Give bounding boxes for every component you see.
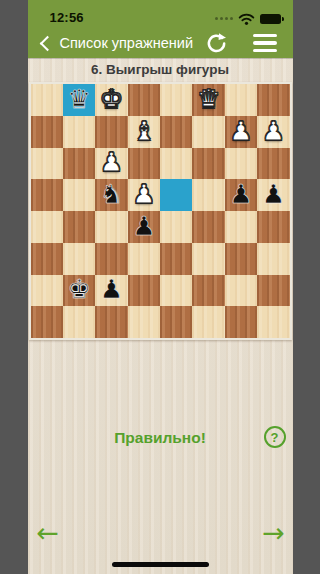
square-g7[interactable]: ♟ <box>225 116 257 148</box>
black-king-b2[interactable]: ♚ <box>67 276 90 302</box>
square-g3[interactable] <box>225 243 257 275</box>
square-f1[interactable] <box>192 306 224 338</box>
clock: 12:56 <box>50 10 84 25</box>
status-icons <box>215 13 281 25</box>
square-c1[interactable] <box>95 306 127 338</box>
square-c3[interactable] <box>95 243 127 275</box>
arrow-left-icon: ← <box>36 517 59 548</box>
exercise-title: 6. Выигрыш фигуры <box>28 62 293 77</box>
square-d6[interactable] <box>128 148 160 180</box>
square-c4[interactable] <box>95 211 127 243</box>
square-h8[interactable] <box>257 84 289 116</box>
square-h2[interactable] <box>257 275 289 307</box>
square-h6[interactable] <box>257 148 289 180</box>
square-b4[interactable] <box>63 211 95 243</box>
question-mark-icon: ? <box>271 430 279 445</box>
square-a3[interactable] <box>31 243 63 275</box>
back-button-label: Список упражнений <box>60 35 193 51</box>
square-g8[interactable] <box>225 84 257 116</box>
square-d1[interactable] <box>128 306 160 338</box>
square-e4[interactable] <box>160 211 192 243</box>
square-h7[interactable]: ♟ <box>257 116 289 148</box>
navigation-bar: Список упражнений <box>28 28 293 58</box>
status-bar: 12:56 <box>28 0 293 28</box>
square-d3[interactable] <box>128 243 160 275</box>
square-e5[interactable] <box>160 179 192 211</box>
square-e6[interactable] <box>160 148 192 180</box>
square-a1[interactable] <box>31 306 63 338</box>
square-a5[interactable] <box>31 179 63 211</box>
previous-exercise-button[interactable]: ← <box>33 518 63 548</box>
square-e8[interactable] <box>160 84 192 116</box>
square-g6[interactable] <box>225 148 257 180</box>
square-d4[interactable]: ♟ <box>128 211 160 243</box>
help-button[interactable]: ? <box>264 426 286 448</box>
cellular-signal-icon <box>215 17 233 22</box>
square-c6[interactable]: ♟ <box>95 148 127 180</box>
black-knight-c5[interactable]: ♞ <box>100 181 123 207</box>
square-b7[interactable] <box>63 116 95 148</box>
square-b6[interactable] <box>63 148 95 180</box>
square-a8[interactable] <box>31 84 63 116</box>
square-c8[interactable]: ♚ <box>95 84 127 116</box>
arrow-right-icon: → <box>262 517 285 548</box>
square-e2[interactable] <box>160 275 192 307</box>
square-e1[interactable] <box>160 306 192 338</box>
square-h4[interactable] <box>257 211 289 243</box>
square-h1[interactable] <box>257 306 289 338</box>
result-message: Правильно! <box>28 429 293 447</box>
square-a6[interactable] <box>31 148 63 180</box>
wifi-icon <box>238 13 255 25</box>
square-c7[interactable] <box>95 116 127 148</box>
white-queen-f8[interactable]: ♛ <box>197 86 220 112</box>
square-b5[interactable] <box>63 179 95 211</box>
square-g2[interactable] <box>225 275 257 307</box>
black-pawn-c2[interactable]: ♟ <box>100 276 123 302</box>
next-exercise-button[interactable]: → <box>259 518 289 548</box>
black-pawn-d4[interactable]: ♟ <box>132 213 155 239</box>
back-button[interactable]: Список упражнений <box>42 35 193 51</box>
white-pawn-c6[interactable]: ♟ <box>100 149 123 175</box>
refresh-icon[interactable] <box>205 32 228 55</box>
square-e3[interactable] <box>160 243 192 275</box>
battery-icon <box>260 14 281 24</box>
black-queen-b8[interactable]: ♛ <box>67 86 90 112</box>
square-g4[interactable] <box>225 211 257 243</box>
menu-icon[interactable] <box>253 34 277 52</box>
square-b8[interactable]: ♛ <box>63 84 95 116</box>
chess-board[interactable]: ♛♚♛♝♟♟♟♞♟♟♟♟♚♟ <box>29 82 292 340</box>
black-pawn-h5[interactable]: ♟ <box>262 181 285 207</box>
square-a7[interactable] <box>31 116 63 148</box>
white-pawn-h7[interactable]: ♟ <box>262 118 285 144</box>
header: 12:56 Список упражнений <box>28 0 293 58</box>
square-f3[interactable] <box>192 243 224 275</box>
square-b1[interactable] <box>63 306 95 338</box>
white-bishop-d7[interactable]: ♝ <box>132 118 155 144</box>
white-king-c8[interactable]: ♚ <box>100 86 123 112</box>
black-pawn-g5[interactable]: ♟ <box>229 181 252 207</box>
square-d7[interactable]: ♝ <box>128 116 160 148</box>
square-f5[interactable] <box>192 179 224 211</box>
white-pawn-g7[interactable]: ♟ <box>229 118 252 144</box>
square-a2[interactable] <box>31 275 63 307</box>
square-e7[interactable] <box>160 116 192 148</box>
square-h3[interactable] <box>257 243 289 275</box>
square-d5[interactable]: ♟ <box>128 179 160 211</box>
square-g1[interactable] <box>225 306 257 338</box>
square-c2[interactable]: ♟ <box>95 275 127 307</box>
square-f7[interactable] <box>192 116 224 148</box>
square-d8[interactable] <box>128 84 160 116</box>
square-h5[interactable]: ♟ <box>257 179 289 211</box>
square-c5[interactable]: ♞ <box>95 179 127 211</box>
square-d2[interactable] <box>128 275 160 307</box>
square-b2[interactable]: ♚ <box>63 275 95 307</box>
square-a4[interactable] <box>31 211 63 243</box>
square-f4[interactable] <box>192 211 224 243</box>
chevron-left-icon <box>39 36 55 52</box>
square-g5[interactable]: ♟ <box>225 179 257 211</box>
home-indicator[interactable] <box>112 562 209 567</box>
app-screen: 12:56 Список упражнений <box>28 0 293 574</box>
square-b3[interactable] <box>63 243 95 275</box>
white-pawn-d5[interactable]: ♟ <box>132 181 155 207</box>
square-f8[interactable]: ♛ <box>192 84 224 116</box>
square-f6[interactable] <box>192 148 224 180</box>
square-f2[interactable] <box>192 275 224 307</box>
